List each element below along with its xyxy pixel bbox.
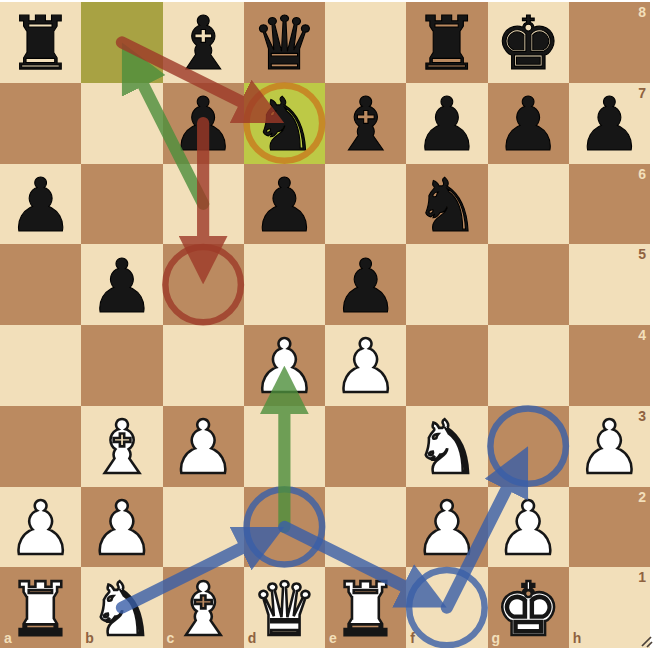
square-a1[interactable]: ♜a — [0, 567, 81, 648]
square-e7[interactable]: ♝ — [325, 83, 406, 164]
square-d8[interactable]: ♛ — [244, 2, 325, 83]
square-e5[interactable]: ♟ — [325, 244, 406, 325]
piece-black-knight[interactable]: ♞ — [251, 87, 317, 161]
piece-white-pawn[interactable]: ♟ — [495, 491, 561, 565]
square-b7[interactable] — [81, 83, 162, 164]
piece-white-queen[interactable]: ♛ — [251, 572, 317, 646]
piece-white-pawn[interactable]: ♟ — [251, 329, 317, 403]
square-c6[interactable] — [163, 164, 244, 245]
square-d3[interactable] — [244, 406, 325, 487]
piece-black-pawn[interactable]: ♟ — [89, 249, 155, 323]
piece-white-pawn[interactable]: ♟ — [7, 491, 73, 565]
piece-white-pawn[interactable]: ♟ — [414, 491, 480, 565]
square-a6[interactable]: ♟ — [0, 164, 81, 245]
square-f6[interactable]: ♞ — [406, 164, 487, 245]
square-e1[interactable]: ♜e — [325, 567, 406, 648]
square-f7[interactable]: ♟ — [406, 83, 487, 164]
square-b2[interactable]: ♟ — [81, 487, 162, 568]
square-e4[interactable]: ♟ — [325, 325, 406, 406]
square-b5[interactable]: ♟ — [81, 244, 162, 325]
coord-rank-2: 2 — [638, 490, 646, 504]
square-g4[interactable] — [488, 325, 569, 406]
piece-black-pawn[interactable]: ♟ — [414, 87, 480, 161]
square-a8[interactable]: ♜ — [0, 2, 81, 83]
square-b6[interactable] — [81, 164, 162, 245]
piece-black-queen[interactable]: ♛ — [251, 6, 317, 80]
piece-white-pawn[interactable]: ♟ — [332, 329, 398, 403]
square-g6[interactable] — [488, 164, 569, 245]
square-f5[interactable] — [406, 244, 487, 325]
piece-black-pawn[interactable]: ♟ — [7, 168, 73, 242]
square-c2[interactable] — [163, 487, 244, 568]
square-f8[interactable]: ♜ — [406, 2, 487, 83]
square-d4[interactable]: ♟ — [244, 325, 325, 406]
square-h7[interactable]: ♟7 — [569, 83, 650, 164]
coord-rank-6: 6 — [638, 167, 646, 181]
square-b4[interactable] — [81, 325, 162, 406]
square-c4[interactable] — [163, 325, 244, 406]
square-e8[interactable] — [325, 2, 406, 83]
square-e2[interactable] — [325, 487, 406, 568]
piece-black-pawn[interactable]: ♟ — [495, 87, 561, 161]
chess-board: ♜♝♛♜♚8♟♞♝♟♟♟7♟♟♞6♟♟5♟♟4♝♟♞♟3♟♟♟♟2♜a♞b♝c♛… — [0, 2, 650, 648]
square-b8[interactable] — [81, 2, 162, 83]
coord-file-f: f — [410, 631, 415, 645]
square-f2[interactable]: ♟ — [406, 487, 487, 568]
square-c8[interactable]: ♝ — [163, 2, 244, 83]
piece-white-pawn[interactable]: ♟ — [89, 491, 155, 565]
square-e3[interactable] — [325, 406, 406, 487]
resize-handle-line — [647, 642, 652, 647]
square-g8[interactable]: ♚ — [488, 2, 569, 83]
coord-file-h: h — [573, 631, 582, 645]
piece-black-bishop[interactable]: ♝ — [170, 6, 236, 80]
piece-black-rook[interactable]: ♜ — [414, 6, 480, 80]
square-g7[interactable]: ♟ — [488, 83, 569, 164]
piece-black-pawn[interactable]: ♟ — [576, 87, 642, 161]
analysis-board: ♜♝♛♜♚8♟♞♝♟♟♟7♟♟♞6♟♟5♟♟4♝♟♞♟3♟♟♟♟2♜a♞b♝c♛… — [0, 0, 654, 650]
piece-black-pawn[interactable]: ♟ — [332, 249, 398, 323]
piece-white-bishop[interactable]: ♝ — [89, 410, 155, 484]
square-c5[interactable] — [163, 244, 244, 325]
coord-rank-5: 5 — [638, 247, 646, 261]
square-b3[interactable]: ♝ — [81, 406, 162, 487]
square-h8[interactable]: 8 — [569, 2, 650, 83]
square-h4[interactable]: 4 — [569, 325, 650, 406]
square-e6[interactable] — [325, 164, 406, 245]
piece-white-rook[interactable]: ♜ — [7, 572, 73, 646]
square-h5[interactable]: 5 — [569, 244, 650, 325]
square-h1[interactable]: 1h — [569, 567, 650, 648]
square-c1[interactable]: ♝c — [163, 567, 244, 648]
square-a5[interactable] — [0, 244, 81, 325]
square-b1[interactable]: ♞b — [81, 567, 162, 648]
piece-white-rook[interactable]: ♜ — [332, 572, 398, 646]
coord-rank-4: 4 — [638, 328, 646, 342]
square-h2[interactable]: 2 — [569, 487, 650, 568]
square-h3[interactable]: ♟3 — [569, 406, 650, 487]
piece-black-knight[interactable]: ♞ — [414, 168, 480, 242]
piece-black-king[interactable]: ♚ — [495, 6, 561, 80]
square-d1[interactable]: ♛d — [244, 567, 325, 648]
piece-black-pawn[interactable]: ♟ — [170, 87, 236, 161]
square-d6[interactable]: ♟ — [244, 164, 325, 245]
piece-black-bishop[interactable]: ♝ — [332, 87, 398, 161]
square-f3[interactable]: ♞ — [406, 406, 487, 487]
piece-white-pawn[interactable]: ♟ — [170, 410, 236, 484]
piece-white-king[interactable]: ♚ — [495, 572, 561, 646]
resize-handle[interactable] — [639, 634, 653, 648]
coord-rank-8: 8 — [638, 5, 646, 19]
square-f1[interactable]: f — [406, 567, 487, 648]
piece-black-rook[interactable]: ♜ — [7, 6, 73, 80]
square-f4[interactable] — [406, 325, 487, 406]
square-g3[interactable] — [488, 406, 569, 487]
square-d7[interactable]: ♞ — [244, 83, 325, 164]
coord-rank-1: 1 — [638, 570, 646, 584]
square-a2[interactable]: ♟ — [0, 487, 81, 568]
square-g1[interactable]: ♚g — [488, 567, 569, 648]
square-a3[interactable] — [0, 406, 81, 487]
square-c7[interactable]: ♟ — [163, 83, 244, 164]
square-a4[interactable] — [0, 325, 81, 406]
piece-white-knight[interactable]: ♞ — [414, 410, 480, 484]
piece-white-knight[interactable]: ♞ — [89, 572, 155, 646]
square-c3[interactable]: ♟ — [163, 406, 244, 487]
square-d5[interactable] — [244, 244, 325, 325]
piece-black-pawn[interactable]: ♟ — [251, 168, 317, 242]
square-d2[interactable] — [244, 487, 325, 568]
piece-white-pawn[interactable]: ♟ — [576, 410, 642, 484]
square-a7[interactable] — [0, 83, 81, 164]
piece-white-bishop[interactable]: ♝ — [170, 572, 236, 646]
square-h6[interactable]: 6 — [569, 164, 650, 245]
square-g5[interactable] — [488, 244, 569, 325]
square-g2[interactable]: ♟ — [488, 487, 569, 568]
